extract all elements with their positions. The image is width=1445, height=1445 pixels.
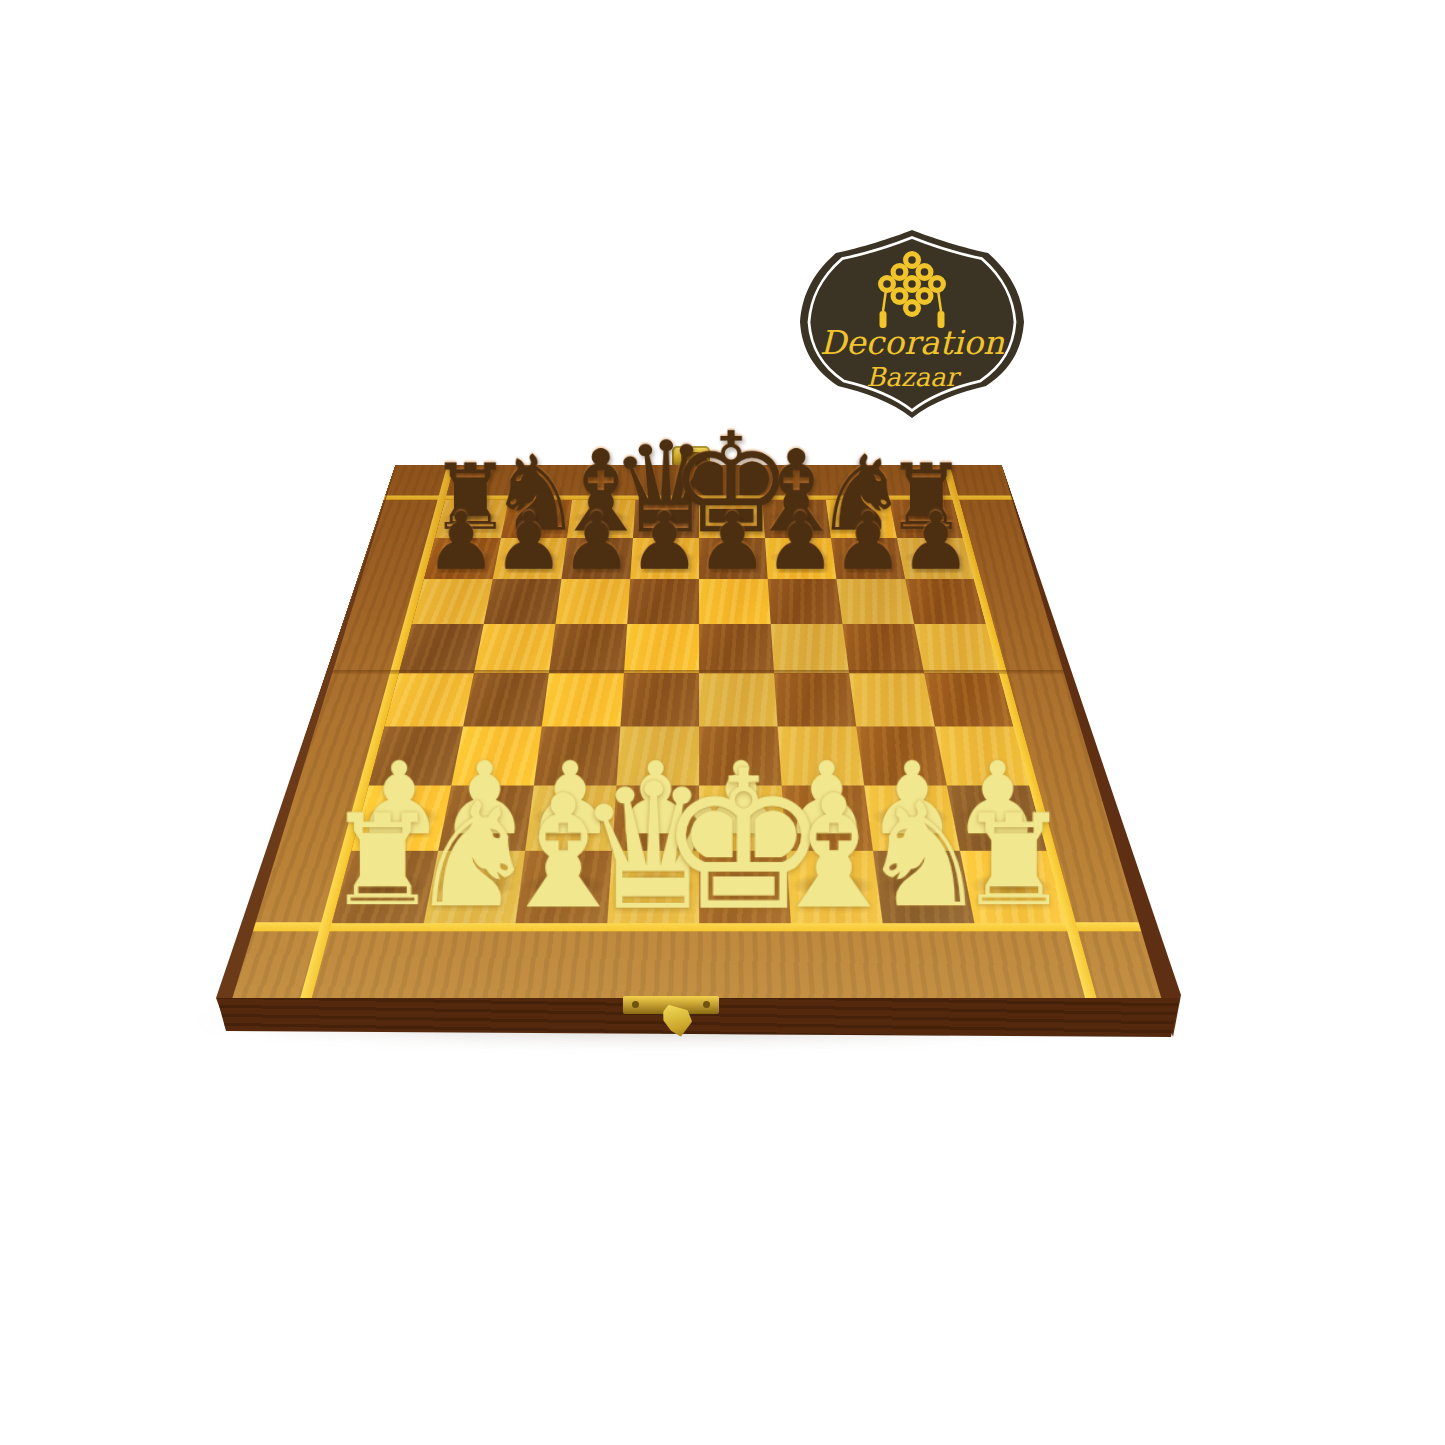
- chess-set-product-photo: Decoration Bazaar ♜♞♝♛♚♝♞♜♟♟♟♟♟♟♟♟♟♟♟♟♟♟…: [0, 0, 1445, 1445]
- square-h6: [905, 579, 986, 624]
- square-a6: [412, 579, 493, 624]
- square-d6: [627, 579, 699, 624]
- square-b4: [463, 673, 549, 727]
- square-b8: [501, 500, 572, 538]
- square-h4: [924, 673, 1013, 727]
- square-d7: [630, 538, 699, 579]
- square-g8: [825, 500, 896, 538]
- square-c5: [549, 624, 627, 673]
- square-h8: [889, 500, 963, 538]
- square-e8: [699, 500, 765, 538]
- square-a4: [384, 673, 473, 727]
- square-c7: [561, 538, 632, 579]
- square-g6: [836, 579, 914, 624]
- square-e4: [699, 673, 778, 727]
- square-d8: [633, 500, 699, 538]
- square-b5: [474, 624, 556, 673]
- square-c6: [555, 579, 630, 624]
- square-f5: [770, 624, 848, 673]
- square-e6: [699, 579, 771, 624]
- square-f6: [767, 579, 842, 624]
- square-g7: [830, 538, 904, 579]
- square-h7: [896, 538, 973, 579]
- brand-name-line1: Decoration: [820, 323, 1005, 362]
- brand-name-line2: Bazaar: [866, 362, 961, 392]
- square-d4: [620, 673, 699, 727]
- square-c4: [541, 673, 623, 727]
- square-h5: [914, 624, 999, 673]
- inlay-line-front: [240, 922, 1158, 931]
- square-a7: [424, 538, 501, 579]
- brand-badge: Decoration Bazaar: [792, 226, 1032, 426]
- square-c8: [567, 500, 636, 538]
- chess-board: ♜♞♝♛♚♝♞♜♟♟♟♟♟♟♟♟♟♟♟♟♟♟♟♟♜♞♝♛♚♝♞♜: [217, 465, 1181, 1001]
- square-f4: [774, 673, 856, 727]
- square-g5: [842, 624, 924, 673]
- square-f8: [762, 500, 831, 538]
- square-e5: [699, 624, 774, 673]
- square-a5: [399, 624, 484, 673]
- square-b7: [492, 538, 566, 579]
- square-b6: [483, 579, 561, 624]
- square-f7: [764, 538, 835, 579]
- square-a8: [435, 500, 509, 538]
- square-d5: [624, 624, 699, 673]
- square-g4: [849, 673, 935, 727]
- square-e7: [699, 538, 768, 579]
